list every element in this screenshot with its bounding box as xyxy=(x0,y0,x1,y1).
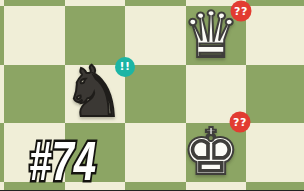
board-square[interactable] xyxy=(125,6,186,65)
blunder-badge-king: ?? xyxy=(230,112,251,133)
board-square[interactable] xyxy=(125,123,186,182)
blunder-badge-queen: ?? xyxy=(231,1,252,22)
brilliant-badge-knight: !! xyxy=(115,57,135,77)
white-king[interactable]: ♚ xyxy=(182,120,239,184)
board-square[interactable] xyxy=(125,65,186,124)
board-square[interactable] xyxy=(4,6,65,65)
puzzle-number-caption: #74 #74 xyxy=(29,133,96,189)
board-square[interactable] xyxy=(4,65,65,124)
caption-text: #74 xyxy=(29,129,96,190)
board-square[interactable] xyxy=(246,123,304,182)
board-square[interactable] xyxy=(246,182,304,191)
board-square[interactable] xyxy=(246,6,304,65)
chess-puzzle-thumbnail: ♞♛♚ !!???? #74 #74 xyxy=(0,0,304,190)
board-square[interactable] xyxy=(246,65,304,124)
board-square[interactable] xyxy=(125,182,186,191)
